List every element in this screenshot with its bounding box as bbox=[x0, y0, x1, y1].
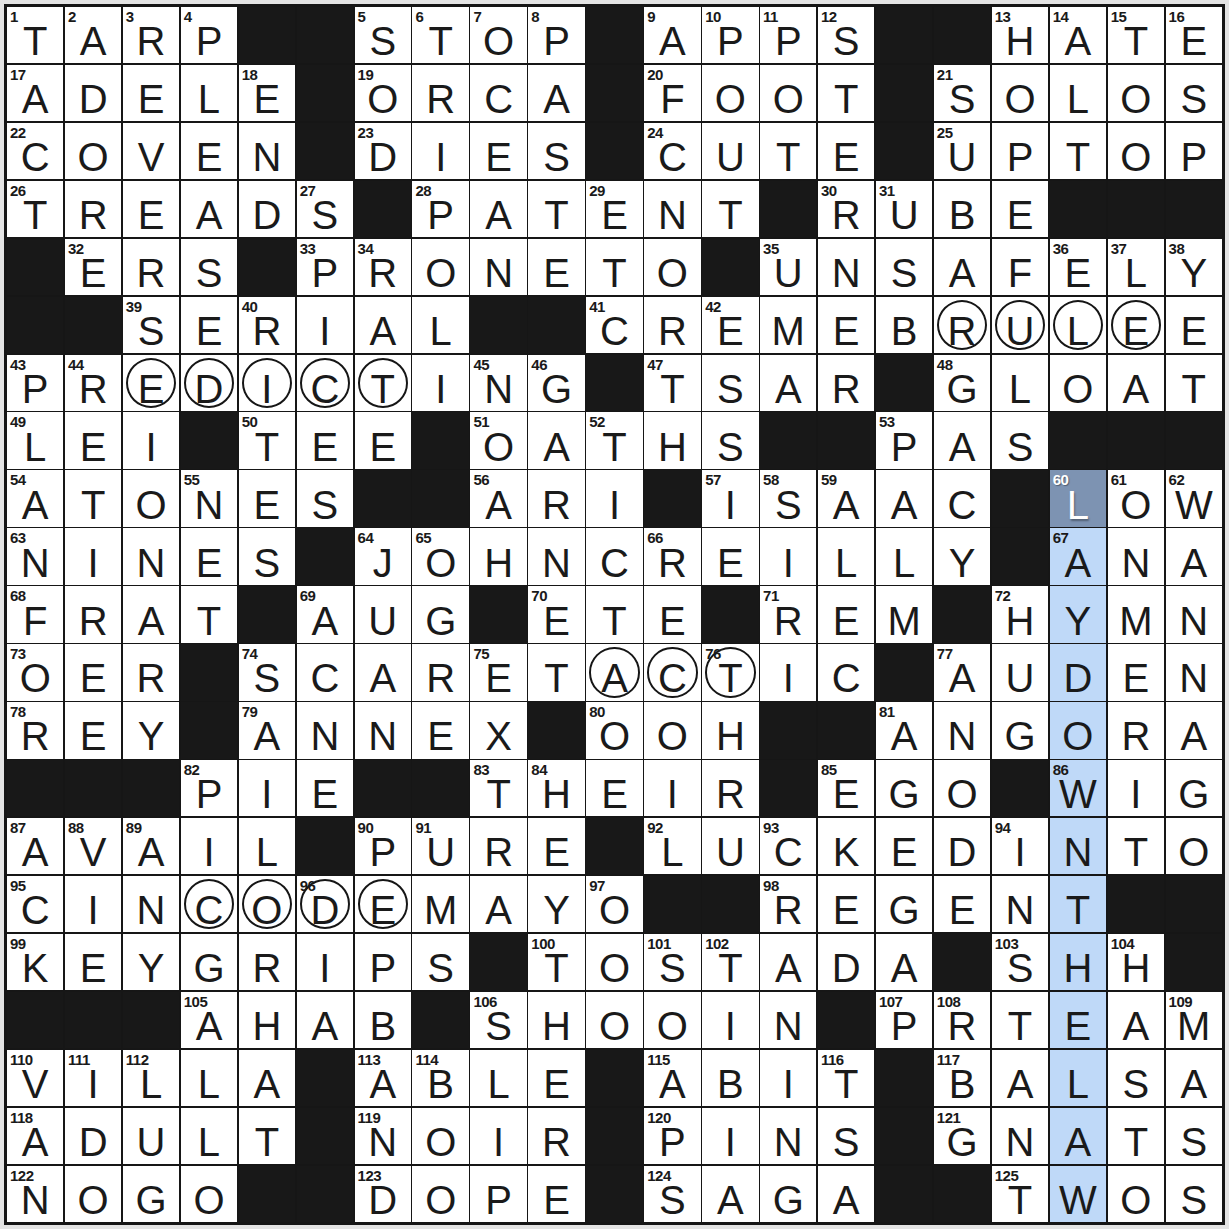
cell-r11c15[interactable]: E bbox=[818, 586, 874, 642]
cell-r9c20[interactable]: 61O bbox=[1108, 470, 1164, 526]
cell-r20c4[interactable]: L bbox=[181, 1108, 237, 1164]
cell-r7c13[interactable]: S bbox=[702, 355, 758, 411]
cell-r18c16[interactable]: 107P bbox=[876, 992, 932, 1048]
cell-r9c5[interactable]: E bbox=[239, 470, 295, 526]
cell-r12c5[interactable]: 74S bbox=[239, 644, 295, 700]
cell-r5c17[interactable]: A bbox=[934, 239, 990, 295]
cell-r5c19[interactable]: 36E bbox=[1050, 239, 1106, 295]
cell-r6c5[interactable]: 40R bbox=[239, 297, 295, 353]
cell-r13c20[interactable]: R bbox=[1108, 702, 1164, 758]
cell-r8c13[interactable]: S bbox=[702, 412, 758, 468]
cell-r11c4[interactable]: T bbox=[181, 586, 237, 642]
cell-r3c15[interactable]: E bbox=[818, 123, 874, 179]
cell-r7c8[interactable]: I bbox=[412, 355, 468, 411]
cell-r6c21[interactable]: E bbox=[1166, 297, 1222, 353]
cell-r3c4[interactable]: E bbox=[181, 123, 237, 179]
cell-r16c4[interactable]: C bbox=[181, 876, 237, 932]
cell-r19c18[interactable]: A bbox=[992, 1050, 1048, 1106]
cell-r2c19[interactable]: L bbox=[1050, 65, 1106, 121]
cell-r8c3[interactable]: I bbox=[123, 412, 179, 468]
cell-r1c20[interactable]: 15T bbox=[1108, 7, 1164, 63]
cell-r5c15[interactable]: N bbox=[818, 239, 874, 295]
cell-r14c16[interactable]: G bbox=[876, 760, 932, 816]
cell-r10c14[interactable]: I bbox=[760, 528, 816, 584]
cell-r1c14[interactable]: 11P bbox=[760, 7, 816, 63]
cell-r4c5[interactable]: D bbox=[239, 181, 295, 237]
cell-r20c21[interactable]: S bbox=[1166, 1108, 1222, 1164]
cell-r7c19[interactable]: O bbox=[1050, 355, 1106, 411]
cell-r12c15[interactable]: C bbox=[818, 644, 874, 700]
cell-r13c2[interactable]: E bbox=[65, 702, 121, 758]
cell-r1c4[interactable]: 4P bbox=[181, 7, 237, 63]
cell-r19c1[interactable]: 110V bbox=[7, 1050, 63, 1106]
cell-r7c4[interactable]: D bbox=[181, 355, 237, 411]
cell-r3c1[interactable]: 22C bbox=[7, 123, 63, 179]
cell-r8c9[interactable]: 51O bbox=[470, 412, 526, 468]
cell-r8c7[interactable]: E bbox=[355, 412, 411, 468]
cell-r7c21[interactable]: T bbox=[1166, 355, 1222, 411]
cell-r15c5[interactable]: L bbox=[239, 818, 295, 874]
cell-r4c11[interactable]: 29E bbox=[586, 181, 642, 237]
cell-r18c11[interactable]: O bbox=[586, 992, 642, 1048]
cell-r8c12[interactable]: H bbox=[644, 412, 700, 468]
cell-r16c15[interactable]: E bbox=[818, 876, 874, 932]
cell-r15c18[interactable]: 94I bbox=[992, 818, 1048, 874]
cell-r10c12[interactable]: 66R bbox=[644, 528, 700, 584]
cell-r20c9[interactable]: I bbox=[470, 1108, 526, 1164]
cell-r21c3[interactable]: G bbox=[123, 1166, 179, 1222]
cell-r21c1[interactable]: 122N bbox=[7, 1166, 63, 1222]
cell-r18c21[interactable]: 109M bbox=[1166, 992, 1222, 1048]
cell-r14c11[interactable]: E bbox=[586, 760, 642, 816]
cell-r13c21[interactable]: A bbox=[1166, 702, 1222, 758]
cell-r10c8[interactable]: 65O bbox=[412, 528, 468, 584]
cell-r1c9[interactable]: 7O bbox=[470, 7, 526, 63]
cell-r15c12[interactable]: 92L bbox=[644, 818, 700, 874]
cell-r12c1[interactable]: 73O bbox=[7, 644, 63, 700]
cell-r14c21[interactable]: G bbox=[1166, 760, 1222, 816]
cell-r5c12[interactable]: O bbox=[644, 239, 700, 295]
cell-r20c8[interactable]: O bbox=[412, 1108, 468, 1164]
cell-r7c3[interactable]: E bbox=[123, 355, 179, 411]
cell-r14c10[interactable]: 84H bbox=[528, 760, 584, 816]
cell-r12c10[interactable]: T bbox=[528, 644, 584, 700]
cell-r11c12[interactable]: E bbox=[644, 586, 700, 642]
cell-r2c9[interactable]: C bbox=[470, 65, 526, 121]
cell-r11c11[interactable]: T bbox=[586, 586, 642, 642]
cell-r8c10[interactable]: A bbox=[528, 412, 584, 468]
cell-r3c14[interactable]: T bbox=[760, 123, 816, 179]
cell-r4c3[interactable]: E bbox=[123, 181, 179, 237]
cell-r3c9[interactable]: E bbox=[470, 123, 526, 179]
cell-r21c15[interactable]: A bbox=[818, 1166, 874, 1222]
cell-r6c17[interactable]: R bbox=[934, 297, 990, 353]
cell-r17c16[interactable]: A bbox=[876, 934, 932, 990]
cell-r19c19[interactable]: L bbox=[1050, 1050, 1106, 1106]
cell-r1c13[interactable]: 10P bbox=[702, 7, 758, 63]
cell-r14c13[interactable]: R bbox=[702, 760, 758, 816]
cell-r1c2[interactable]: 2A bbox=[65, 7, 121, 63]
cell-r12c3[interactable]: R bbox=[123, 644, 179, 700]
cell-r16c3[interactable]: N bbox=[123, 876, 179, 932]
cell-r13c13[interactable]: H bbox=[702, 702, 758, 758]
cell-r18c10[interactable]: H bbox=[528, 992, 584, 1048]
cell-r10c10[interactable]: N bbox=[528, 528, 584, 584]
cell-r13c16[interactable]: 81A bbox=[876, 702, 932, 758]
cell-r10c16[interactable]: L bbox=[876, 528, 932, 584]
cell-r8c16[interactable]: 53P bbox=[876, 412, 932, 468]
cell-r4c4[interactable]: A bbox=[181, 181, 237, 237]
cell-r6c15[interactable]: E bbox=[818, 297, 874, 353]
cell-r3c20[interactable]: O bbox=[1108, 123, 1164, 179]
cell-r11c16[interactable]: M bbox=[876, 586, 932, 642]
cell-r21c8[interactable]: O bbox=[412, 1166, 468, 1222]
cell-r4c13[interactable]: T bbox=[702, 181, 758, 237]
cell-r11c6[interactable]: 69A bbox=[297, 586, 353, 642]
cell-r18c7[interactable]: B bbox=[355, 992, 411, 1048]
cell-r7c12[interactable]: 47T bbox=[644, 355, 700, 411]
cell-r10c19[interactable]: 67A bbox=[1050, 528, 1106, 584]
cell-r17c1[interactable]: 99K bbox=[7, 934, 63, 990]
cell-r3c19[interactable]: T bbox=[1050, 123, 1106, 179]
cell-r17c19[interactable]: H bbox=[1050, 934, 1106, 990]
cell-r5c11[interactable]: T bbox=[586, 239, 642, 295]
cell-r7c17[interactable]: 48G bbox=[934, 355, 990, 411]
cell-r15c3[interactable]: 89A bbox=[123, 818, 179, 874]
cell-r2c8[interactable]: R bbox=[412, 65, 468, 121]
cell-r13c11[interactable]: 80O bbox=[586, 702, 642, 758]
cell-r9c10[interactable]: R bbox=[528, 470, 584, 526]
cell-r9c21[interactable]: 62W bbox=[1166, 470, 1222, 526]
cell-r2c7[interactable]: 19O bbox=[355, 65, 411, 121]
cell-r18c17[interactable]: 108R bbox=[934, 992, 990, 1048]
cell-r3c2[interactable]: O bbox=[65, 123, 121, 179]
cell-r8c6[interactable]: E bbox=[297, 412, 353, 468]
cell-r19c10[interactable]: E bbox=[528, 1050, 584, 1106]
cell-r12c19[interactable]: D bbox=[1050, 644, 1106, 700]
cell-r12c11[interactable]: A bbox=[586, 644, 642, 700]
cell-r5c4[interactable]: S bbox=[181, 239, 237, 295]
cell-r11c19[interactable]: Y bbox=[1050, 586, 1106, 642]
cell-r2c13[interactable]: O bbox=[702, 65, 758, 121]
cell-r8c11[interactable]: 52T bbox=[586, 412, 642, 468]
cell-r16c14[interactable]: 98R bbox=[760, 876, 816, 932]
cell-r15c17[interactable]: D bbox=[934, 818, 990, 874]
cell-r21c9[interactable]: P bbox=[470, 1166, 526, 1222]
cell-r10c13[interactable]: E bbox=[702, 528, 758, 584]
cell-r1c12[interactable]: 9A bbox=[644, 7, 700, 63]
cell-r7c9[interactable]: 45N bbox=[470, 355, 526, 411]
cell-r20c2[interactable]: D bbox=[65, 1108, 121, 1164]
cell-r18c12[interactable]: O bbox=[644, 992, 700, 1048]
cell-r16c1[interactable]: 95C bbox=[7, 876, 63, 932]
cell-r3c13[interactable]: U bbox=[702, 123, 758, 179]
cell-r2c12[interactable]: 20F bbox=[644, 65, 700, 121]
cell-r9c1[interactable]: 54A bbox=[7, 470, 63, 526]
cell-r6c3[interactable]: 39S bbox=[123, 297, 179, 353]
cell-r17c18[interactable]: 103S bbox=[992, 934, 1048, 990]
cell-r8c5[interactable]: 50T bbox=[239, 412, 295, 468]
cell-r19c3[interactable]: 112L bbox=[123, 1050, 179, 1106]
cell-r12c21[interactable]: N bbox=[1166, 644, 1222, 700]
cell-r6c18[interactable]: U bbox=[992, 297, 1048, 353]
cell-r19c17[interactable]: 117B bbox=[934, 1050, 990, 1106]
cell-r6c11[interactable]: 41C bbox=[586, 297, 642, 353]
cell-r15c14[interactable]: 93C bbox=[760, 818, 816, 874]
cell-r21c13[interactable]: A bbox=[702, 1166, 758, 1222]
cell-r16c11[interactable]: 97O bbox=[586, 876, 642, 932]
cell-r21c12[interactable]: 124S bbox=[644, 1166, 700, 1222]
cell-r10c15[interactable]: L bbox=[818, 528, 874, 584]
cell-r19c12[interactable]: 115A bbox=[644, 1050, 700, 1106]
cell-r12c6[interactable]: C bbox=[297, 644, 353, 700]
cell-r13c9[interactable]: X bbox=[470, 702, 526, 758]
cell-r19c8[interactable]: 114B bbox=[412, 1050, 468, 1106]
cell-r17c13[interactable]: 102T bbox=[702, 934, 758, 990]
cell-r5c18[interactable]: F bbox=[992, 239, 1048, 295]
cell-r19c21[interactable]: A bbox=[1166, 1050, 1222, 1106]
cell-r11c2[interactable]: R bbox=[65, 586, 121, 642]
cell-r15c4[interactable]: I bbox=[181, 818, 237, 874]
cell-r3c10[interactable]: S bbox=[528, 123, 584, 179]
cell-r10c9[interactable]: H bbox=[470, 528, 526, 584]
cell-r13c5[interactable]: 79A bbox=[239, 702, 295, 758]
cell-r21c7[interactable]: 123D bbox=[355, 1166, 411, 1222]
cell-r16c16[interactable]: G bbox=[876, 876, 932, 932]
cell-r16c6[interactable]: 96D bbox=[297, 876, 353, 932]
cell-r17c7[interactable]: P bbox=[355, 934, 411, 990]
cell-r18c19[interactable]: E bbox=[1050, 992, 1106, 1048]
cell-r4c2[interactable]: R bbox=[65, 181, 121, 237]
cell-r4c10[interactable]: T bbox=[528, 181, 584, 237]
cell-r19c5[interactable]: A bbox=[239, 1050, 295, 1106]
cell-r13c18[interactable]: G bbox=[992, 702, 1048, 758]
cell-r20c13[interactable]: I bbox=[702, 1108, 758, 1164]
cell-r12c17[interactable]: 77A bbox=[934, 644, 990, 700]
cell-r2c4[interactable]: L bbox=[181, 65, 237, 121]
cell-r16c7[interactable]: E bbox=[355, 876, 411, 932]
cell-r18c9[interactable]: 106S bbox=[470, 992, 526, 1048]
cell-r1c21[interactable]: 16E bbox=[1166, 7, 1222, 63]
cell-r14c17[interactable]: O bbox=[934, 760, 990, 816]
cell-r4c15[interactable]: 30R bbox=[818, 181, 874, 237]
cell-r9c11[interactable]: I bbox=[586, 470, 642, 526]
cell-r3c17[interactable]: 25U bbox=[934, 123, 990, 179]
cell-r10c3[interactable]: N bbox=[123, 528, 179, 584]
cell-r4c6[interactable]: 27S bbox=[297, 181, 353, 237]
cell-r10c4[interactable]: E bbox=[181, 528, 237, 584]
cell-r7c2[interactable]: 44R bbox=[65, 355, 121, 411]
cell-r18c18[interactable]: T bbox=[992, 992, 1048, 1048]
cell-r19c9[interactable]: L bbox=[470, 1050, 526, 1106]
cell-r13c8[interactable]: E bbox=[412, 702, 468, 758]
cell-r9c14[interactable]: 58S bbox=[760, 470, 816, 526]
cell-r20c19[interactable]: A bbox=[1050, 1108, 1106, 1164]
cell-r16c17[interactable]: E bbox=[934, 876, 990, 932]
cell-r17c3[interactable]: Y bbox=[123, 934, 179, 990]
cell-r17c12[interactable]: 101S bbox=[644, 934, 700, 990]
cell-r2c2[interactable]: D bbox=[65, 65, 121, 121]
cell-r17c5[interactable]: R bbox=[239, 934, 295, 990]
cell-r4c16[interactable]: 31U bbox=[876, 181, 932, 237]
cell-r7c20[interactable]: A bbox=[1108, 355, 1164, 411]
cell-r19c2[interactable]: 111I bbox=[65, 1050, 121, 1106]
cell-r15c1[interactable]: 87A bbox=[7, 818, 63, 874]
cell-r20c10[interactable]: R bbox=[528, 1108, 584, 1164]
cell-r10c11[interactable]: C bbox=[586, 528, 642, 584]
cell-r15c19[interactable]: N bbox=[1050, 818, 1106, 874]
cell-r5c21[interactable]: 38Y bbox=[1166, 239, 1222, 295]
cell-r16c2[interactable]: I bbox=[65, 876, 121, 932]
cell-r9c15[interactable]: 59A bbox=[818, 470, 874, 526]
cell-r20c17[interactable]: 121G bbox=[934, 1108, 990, 1164]
cell-r20c15[interactable]: S bbox=[818, 1108, 874, 1164]
cell-r19c4[interactable]: L bbox=[181, 1050, 237, 1106]
cell-r20c1[interactable]: 118A bbox=[7, 1108, 63, 1164]
cell-r6c14[interactable]: M bbox=[760, 297, 816, 353]
cell-r4c1[interactable]: 26T bbox=[7, 181, 63, 237]
cell-r11c18[interactable]: 72H bbox=[992, 586, 1048, 642]
cell-r1c10[interactable]: 8P bbox=[528, 7, 584, 63]
cell-r19c15[interactable]: 116T bbox=[818, 1050, 874, 1106]
cell-r5c20[interactable]: 37L bbox=[1108, 239, 1164, 295]
cell-r11c3[interactable]: A bbox=[123, 586, 179, 642]
cell-r2c21[interactable]: S bbox=[1166, 65, 1222, 121]
cell-r14c19[interactable]: 86W bbox=[1050, 760, 1106, 816]
cell-r12c18[interactable]: U bbox=[992, 644, 1048, 700]
cell-r13c3[interactable]: Y bbox=[123, 702, 179, 758]
cell-r12c2[interactable]: E bbox=[65, 644, 121, 700]
cell-r6c16[interactable]: B bbox=[876, 297, 932, 353]
cell-r5c10[interactable]: E bbox=[528, 239, 584, 295]
cell-r12c20[interactable]: E bbox=[1108, 644, 1164, 700]
cell-r7c6[interactable]: C bbox=[297, 355, 353, 411]
cell-r15c2[interactable]: 88V bbox=[65, 818, 121, 874]
cell-r12c8[interactable]: R bbox=[412, 644, 468, 700]
cell-r21c4[interactable]: O bbox=[181, 1166, 237, 1222]
cell-r7c18[interactable]: L bbox=[992, 355, 1048, 411]
cell-r11c14[interactable]: 71R bbox=[760, 586, 816, 642]
cell-r8c17[interactable]: A bbox=[934, 412, 990, 468]
cell-r3c3[interactable]: V bbox=[123, 123, 179, 179]
cell-r7c15[interactable]: R bbox=[818, 355, 874, 411]
cell-r15c7[interactable]: 90P bbox=[355, 818, 411, 874]
cell-r11c21[interactable]: N bbox=[1166, 586, 1222, 642]
cell-r2c14[interactable]: O bbox=[760, 65, 816, 121]
cell-r10c5[interactable]: S bbox=[239, 528, 295, 584]
cell-r8c18[interactable]: S bbox=[992, 412, 1048, 468]
cell-r14c5[interactable]: I bbox=[239, 760, 295, 816]
cell-r15c16[interactable]: E bbox=[876, 818, 932, 874]
cell-r2c10[interactable]: A bbox=[528, 65, 584, 121]
cell-r13c12[interactable]: O bbox=[644, 702, 700, 758]
cell-r15c8[interactable]: 91U bbox=[412, 818, 468, 874]
cell-r16c19[interactable]: T bbox=[1050, 876, 1106, 932]
cell-r6c13[interactable]: 42E bbox=[702, 297, 758, 353]
cell-r3c8[interactable]: I bbox=[412, 123, 468, 179]
cell-r4c18[interactable]: E bbox=[992, 181, 1048, 237]
cell-r6c8[interactable]: L bbox=[412, 297, 468, 353]
cell-r1c8[interactable]: 6T bbox=[412, 7, 468, 63]
cell-r10c20[interactable]: N bbox=[1108, 528, 1164, 584]
cell-r8c2[interactable]: E bbox=[65, 412, 121, 468]
cell-r10c1[interactable]: 63N bbox=[7, 528, 63, 584]
cell-r7c5[interactable]: I bbox=[239, 355, 295, 411]
cell-r9c6[interactable]: S bbox=[297, 470, 353, 526]
cell-r1c18[interactable]: 13H bbox=[992, 7, 1048, 63]
cell-r17c8[interactable]: S bbox=[412, 934, 468, 990]
cell-r2c18[interactable]: O bbox=[992, 65, 1048, 121]
cell-r9c9[interactable]: 56A bbox=[470, 470, 526, 526]
cell-r12c7[interactable]: A bbox=[355, 644, 411, 700]
cell-r18c6[interactable]: A bbox=[297, 992, 353, 1048]
cell-r14c12[interactable]: I bbox=[644, 760, 700, 816]
cell-r5c7[interactable]: 34R bbox=[355, 239, 411, 295]
cell-r21c10[interactable]: E bbox=[528, 1166, 584, 1222]
cell-r13c17[interactable]: N bbox=[934, 702, 990, 758]
cell-r19c14[interactable]: I bbox=[760, 1050, 816, 1106]
cell-r21c20[interactable]: O bbox=[1108, 1166, 1164, 1222]
cell-r20c14[interactable]: N bbox=[760, 1108, 816, 1164]
cell-r16c10[interactable]: Y bbox=[528, 876, 584, 932]
cell-r15c21[interactable]: O bbox=[1166, 818, 1222, 874]
cell-r14c15[interactable]: 85E bbox=[818, 760, 874, 816]
cell-r17c20[interactable]: 104H bbox=[1108, 934, 1164, 990]
cell-r11c7[interactable]: U bbox=[355, 586, 411, 642]
cell-r18c4[interactable]: 105A bbox=[181, 992, 237, 1048]
cell-r5c14[interactable]: 35U bbox=[760, 239, 816, 295]
cell-r9c13[interactable]: 57I bbox=[702, 470, 758, 526]
cell-r13c19[interactable]: O bbox=[1050, 702, 1106, 758]
cell-r6c20[interactable]: E bbox=[1108, 297, 1164, 353]
cell-r13c7[interactable]: N bbox=[355, 702, 411, 758]
cell-r13c6[interactable]: N bbox=[297, 702, 353, 758]
cell-r18c14[interactable]: N bbox=[760, 992, 816, 1048]
cell-r20c5[interactable]: T bbox=[239, 1108, 295, 1164]
cell-r10c2[interactable]: I bbox=[65, 528, 121, 584]
cell-r1c19[interactable]: 14A bbox=[1050, 7, 1106, 63]
cell-r9c17[interactable]: C bbox=[934, 470, 990, 526]
cell-r5c2[interactable]: 32E bbox=[65, 239, 121, 295]
cell-r13c1[interactable]: 78R bbox=[7, 702, 63, 758]
cell-r14c4[interactable]: 82P bbox=[181, 760, 237, 816]
cell-r1c7[interactable]: 5S bbox=[355, 7, 411, 63]
cell-r9c16[interactable]: A bbox=[876, 470, 932, 526]
cell-r10c21[interactable]: A bbox=[1166, 528, 1222, 584]
cell-r17c11[interactable]: O bbox=[586, 934, 642, 990]
cell-r9c19[interactable]: 60L bbox=[1050, 470, 1106, 526]
cell-r17c4[interactable]: G bbox=[181, 934, 237, 990]
cell-r14c6[interactable]: E bbox=[297, 760, 353, 816]
cell-r1c3[interactable]: 3R bbox=[123, 7, 179, 63]
cell-r18c20[interactable]: A bbox=[1108, 992, 1164, 1048]
cell-r11c10[interactable]: 70E bbox=[528, 586, 584, 642]
cell-r3c21[interactable]: P bbox=[1166, 123, 1222, 179]
cell-r16c18[interactable]: N bbox=[992, 876, 1048, 932]
cell-r21c21[interactable]: S bbox=[1166, 1166, 1222, 1222]
cell-r5c9[interactable]: N bbox=[470, 239, 526, 295]
cell-r12c9[interactable]: 75E bbox=[470, 644, 526, 700]
cell-r12c13[interactable]: 76T bbox=[702, 644, 758, 700]
cell-r16c5[interactable]: O bbox=[239, 876, 295, 932]
cell-r20c18[interactable]: N bbox=[992, 1108, 1048, 1164]
cell-r21c2[interactable]: O bbox=[65, 1166, 121, 1222]
cell-r4c9[interactable]: A bbox=[470, 181, 526, 237]
cell-r4c17[interactable]: B bbox=[934, 181, 990, 237]
cell-r10c7[interactable]: 64J bbox=[355, 528, 411, 584]
cell-r5c8[interactable]: O bbox=[412, 239, 468, 295]
cell-r9c3[interactable]: O bbox=[123, 470, 179, 526]
